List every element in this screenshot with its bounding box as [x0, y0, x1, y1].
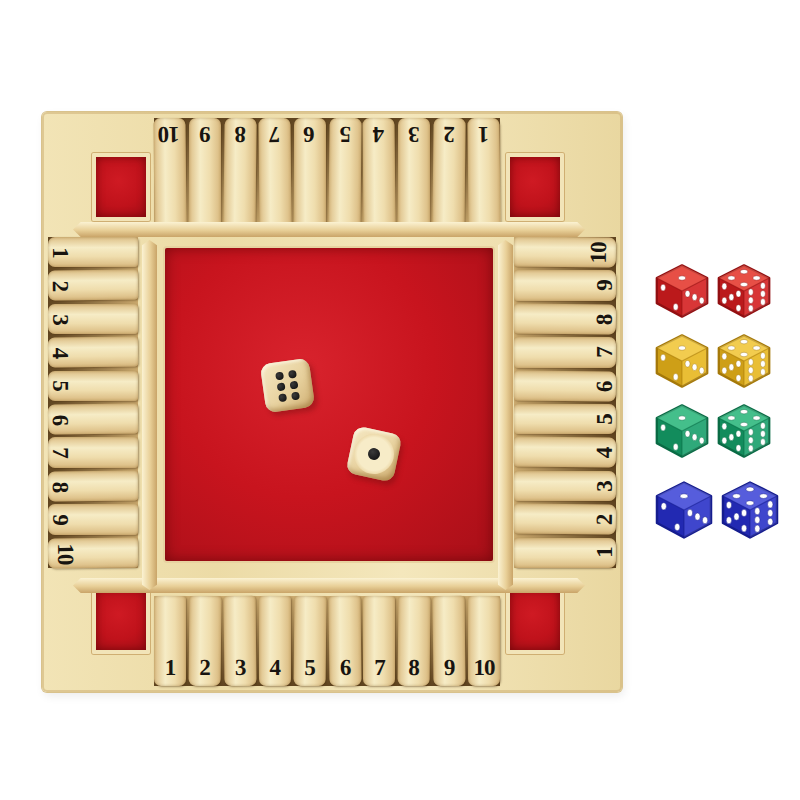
die-pip	[692, 434, 697, 441]
tile-number: 10	[587, 242, 610, 263]
die-pip	[736, 305, 741, 312]
die-pip	[699, 297, 704, 304]
corner-top-left	[52, 122, 152, 235]
die-pip	[722, 353, 727, 360]
die-pip	[678, 276, 685, 280]
tile-number: 9	[444, 656, 455, 679]
die-pip	[740, 339, 747, 343]
tile-right-6[interactable]: 6	[514, 370, 616, 402]
corner-felt-bottom-left	[92, 586, 150, 654]
tile-number: 8	[409, 656, 420, 679]
tile-top-10[interactable]: 10	[153, 118, 186, 230]
die-pip	[760, 422, 765, 429]
tile-number: 4	[374, 123, 385, 146]
die-pip	[692, 364, 697, 371]
die-pip	[734, 513, 739, 520]
die-pip	[699, 437, 704, 444]
tile-number: 10	[54, 543, 77, 564]
die-pip	[748, 289, 753, 296]
tile-number: 4	[269, 656, 280, 679]
die-pip	[675, 523, 680, 530]
colored-dice-set	[654, 263, 780, 540]
die-pip	[760, 494, 768, 499]
tile-left-10[interactable]: 10	[48, 537, 138, 569]
tile-top-4[interactable]: 4	[363, 118, 396, 230]
tile-strip-east: 10987654321	[502, 235, 612, 570]
tile-number: 9	[200, 123, 211, 146]
die-pip	[728, 346, 735, 350]
die-pip	[736, 445, 741, 452]
die-pip	[729, 294, 734, 301]
tile-left-1[interactable]: 1	[48, 237, 138, 267]
tile-number: 7	[49, 447, 72, 458]
die-pip	[733, 494, 741, 499]
die-pip	[673, 444, 678, 451]
corner-felt-top-right	[506, 153, 564, 221]
die-pip	[736, 360, 741, 367]
die-pip	[748, 437, 753, 444]
tile-bottom-6[interactable]: 6	[328, 596, 361, 686]
tile-right-1[interactable]: 1	[514, 538, 616, 568]
die-pip	[722, 423, 727, 430]
tile-number: 7	[592, 347, 615, 358]
tile-number: 10	[474, 656, 495, 679]
die-pip	[760, 299, 765, 306]
die-pip	[746, 487, 754, 492]
die-pip	[661, 503, 666, 510]
dice-pair-green	[654, 403, 780, 459]
dice-pair-red	[654, 263, 780, 319]
tile-number: 5	[49, 381, 72, 392]
tile-left-9[interactable]: 9	[48, 504, 138, 534]
tile-bottom-7[interactable]: 7	[363, 596, 395, 686]
die-pip	[760, 369, 765, 376]
die-pip	[736, 375, 741, 382]
wooden-die-one[interactable]	[346, 426, 403, 483]
tile-right-8[interactable]: 8	[514, 303, 616, 335]
die-pip	[702, 517, 707, 524]
tile-number: 8	[235, 123, 246, 146]
tile-row-south: 12345678910	[154, 596, 500, 686]
die-pip	[748, 375, 753, 382]
die-pip	[678, 416, 685, 420]
tile-number: 3	[409, 123, 420, 146]
tile-bottom-5[interactable]: 5	[293, 596, 326, 686]
tile-number: 3	[592, 481, 615, 492]
tile-number: 7	[269, 123, 280, 146]
die-pip	[661, 424, 666, 431]
tile-number: 2	[444, 123, 455, 146]
die-pip	[722, 297, 727, 304]
tile-right-4[interactable]: 4	[514, 437, 616, 469]
tile-number: 9	[49, 514, 72, 525]
wooden-die-six[interactable]	[260, 358, 315, 413]
tile-right-9[interactable]: 9	[514, 270, 616, 300]
die-pip	[290, 380, 299, 389]
dice-pair-yellow	[654, 333, 780, 389]
die-pip	[760, 360, 765, 367]
die-pip	[736, 290, 741, 297]
tile-top-9[interactable]: 9	[189, 118, 221, 230]
die-pip	[687, 509, 692, 516]
die-pip	[685, 360, 690, 367]
tile-bottom-8[interactable]: 8	[398, 596, 431, 686]
die-pip	[673, 304, 678, 311]
tile-number: 10	[159, 123, 180, 146]
die-pip	[291, 391, 300, 400]
tile-number: 1	[478, 123, 489, 146]
dowel-rail-top	[73, 222, 585, 237]
tile-number: 2	[199, 656, 210, 679]
die-pip	[692, 294, 697, 301]
die-pip	[685, 290, 690, 297]
die-pip	[722, 367, 727, 374]
corner-top-right	[502, 122, 612, 235]
die-pip	[740, 409, 747, 413]
die-green-right[interactable]	[716, 403, 772, 459]
tile-number: 4	[49, 347, 72, 358]
tile-left-8[interactable]: 8	[48, 470, 138, 502]
die-pip	[748, 297, 753, 304]
die-pip	[748, 359, 753, 366]
dowel-rail-right	[498, 240, 513, 590]
tile-right-2[interactable]: 2	[514, 504, 616, 536]
die-yellow-left[interactable]	[654, 333, 710, 389]
tile-left-6[interactable]: 6	[48, 403, 138, 435]
die-pip	[661, 284, 666, 291]
tile-number: 7	[374, 656, 385, 679]
tile-right-7[interactable]: 7	[514, 337, 616, 367]
die-pip	[755, 525, 760, 532]
die-pip	[740, 282, 747, 286]
center-playing-area	[152, 235, 502, 570]
tile-top-6[interactable]: 6	[294, 118, 326, 230]
tile-number: 5	[592, 414, 615, 425]
tile-left-5[interactable]: 5	[48, 371, 138, 401]
die-pip	[685, 430, 690, 437]
tile-number: 6	[592, 381, 615, 392]
die-pip	[722, 437, 727, 444]
die-pip	[760, 352, 765, 359]
tile-left-4[interactable]: 4	[48, 337, 138, 369]
die-pip	[275, 371, 284, 380]
tile-number: 3	[49, 314, 72, 325]
die-pip	[748, 305, 753, 312]
die-pip	[722, 283, 727, 290]
tile-right-5[interactable]: 5	[514, 404, 616, 434]
die-pip	[740, 352, 747, 356]
tile-bottom-1[interactable]: 1	[154, 596, 186, 686]
die-red-left[interactable]	[654, 263, 710, 319]
die-green-left[interactable]	[654, 403, 710, 459]
die-pip	[729, 434, 734, 441]
tile-bottom-2[interactable]: 2	[188, 596, 221, 686]
die-pip	[768, 518, 773, 525]
die-blue-left[interactable]	[654, 480, 714, 540]
tile-top-5[interactable]: 5	[328, 118, 361, 230]
die-pip	[736, 430, 741, 437]
tile-number: 1	[49, 247, 72, 258]
die-pip	[728, 276, 735, 280]
die-blue-right[interactable]	[720, 480, 780, 540]
die-pip	[699, 367, 704, 374]
die-pip	[288, 369, 297, 378]
die-pip	[741, 509, 746, 516]
tile-right-10[interactable]: 10	[514, 236, 616, 268]
tile-left-3[interactable]: 3	[48, 304, 138, 334]
tile-number: 9	[592, 280, 615, 291]
tile-row-north: 10987654321	[154, 118, 500, 230]
tile-bottom-10[interactable]: 10	[468, 596, 500, 686]
tile-number: 4	[592, 448, 615, 459]
corner-felt-top-left	[92, 153, 150, 221]
die-pip	[760, 282, 765, 289]
die-pip	[695, 513, 700, 520]
tile-right-3[interactable]: 3	[514, 471, 616, 501]
tile-bottom-3[interactable]: 3	[223, 596, 256, 686]
tile-top-2[interactable]: 2	[433, 118, 466, 230]
tile-number: 8	[49, 481, 72, 492]
die-pip	[760, 439, 765, 446]
dowel-rail-left	[142, 240, 157, 590]
die-pip	[673, 374, 678, 381]
die-pip	[768, 501, 773, 508]
tile-number: 6	[49, 414, 72, 425]
tile-row-east: 10987654321	[514, 237, 616, 568]
die-pip	[746, 501, 754, 506]
die-pip	[661, 354, 666, 361]
die-pip	[678, 346, 685, 350]
die-pip	[276, 382, 285, 391]
tile-number: 6	[339, 656, 350, 679]
tile-bottom-4[interactable]: 4	[259, 596, 291, 686]
tile-left-7[interactable]: 7	[48, 437, 138, 467]
die-pip	[740, 269, 747, 273]
die-pip	[748, 445, 753, 452]
tile-number: 3	[235, 656, 246, 679]
tile-number: 1	[165, 656, 176, 679]
tile-number: 2	[49, 281, 72, 292]
die-pip	[753, 276, 760, 280]
die-red-right[interactable]	[716, 263, 772, 319]
tile-number: 5	[304, 656, 315, 679]
die-pip	[729, 364, 734, 371]
tile-top-3[interactable]: 3	[398, 118, 430, 230]
die-pip	[753, 416, 760, 420]
die-pip	[755, 508, 760, 515]
board-grid: 10987654321 12345678910 10987654321 1234…	[52, 122, 612, 682]
center-felt	[165, 248, 493, 561]
die-pip	[748, 367, 753, 374]
tile-strip-west: 12345678910	[52, 235, 152, 570]
tile-top-1[interactable]: 1	[468, 118, 501, 230]
tile-top-8[interactable]: 8	[223, 118, 256, 230]
die-pip	[726, 501, 731, 508]
die-pip	[768, 509, 773, 516]
die-pip	[367, 447, 381, 461]
die-yellow-right[interactable]	[716, 333, 772, 389]
tile-row-west: 12345678910	[48, 237, 138, 568]
tile-strip-north: 10987654321	[152, 122, 502, 235]
die-pip	[755, 516, 760, 523]
die-pip	[741, 525, 746, 532]
die-pip	[726, 517, 731, 524]
dice-pair-blue	[654, 480, 780, 540]
die-pip	[760, 430, 765, 437]
corner-felt-bottom-right	[506, 586, 564, 654]
die-pip	[680, 494, 688, 499]
die-pip	[748, 429, 753, 436]
shut-the-box-board: 10987654321 12345678910 10987654321 1234…	[42, 112, 622, 692]
die-pip	[728, 416, 735, 420]
die-pip	[753, 346, 760, 350]
tile-number: 2	[592, 515, 615, 526]
die-pip	[760, 290, 765, 297]
tile-left-2[interactable]: 2	[48, 270, 138, 302]
tile-number: 5	[340, 123, 351, 146]
tile-bottom-9[interactable]: 9	[433, 596, 466, 686]
tile-number: 6	[304, 123, 315, 146]
tile-number: 1	[592, 548, 615, 559]
tile-top-7[interactable]: 7	[258, 118, 291, 230]
tile-number: 8	[592, 314, 615, 325]
die-pip	[278, 393, 287, 402]
die-pip	[740, 422, 747, 426]
